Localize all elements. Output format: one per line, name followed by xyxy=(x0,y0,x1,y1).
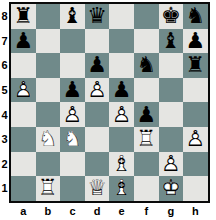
square-h8[interactable]: ♞ xyxy=(183,4,208,29)
piece-white-pawn[interactable]: ♟♙ xyxy=(109,102,134,127)
square-c7[interactable] xyxy=(60,29,85,54)
square-f3[interactable]: ♜♖ xyxy=(134,127,159,152)
square-a6[interactable] xyxy=(11,53,36,78)
chess-board: ♜♝♛♚♞♟♝♟♟♞♜♟♙♟♟♙♟♟♙♟♙♟♞♘♞♘♜♖♟♙♝♗♟♙♜♖♛♕♝♗… xyxy=(9,2,210,203)
square-b8[interactable] xyxy=(36,4,61,29)
piece-white-pawn[interactable]: ♟♙ xyxy=(183,127,208,152)
white-pawn-icon: ♙ xyxy=(109,102,134,127)
square-c1[interactable] xyxy=(60,176,85,201)
file-label-g: g xyxy=(159,205,184,217)
black-queen-icon: ♛ xyxy=(85,4,110,29)
piece-black-bishop[interactable]: ♝ xyxy=(159,29,184,54)
square-a7[interactable]: ♟ xyxy=(11,29,36,54)
square-d5[interactable]: ♟♙ xyxy=(85,78,110,103)
piece-white-rook[interactable]: ♜♖ xyxy=(36,176,61,201)
square-b4[interactable] xyxy=(36,102,61,127)
black-rook-icon: ♜ xyxy=(11,4,36,29)
rank-label-4: 4 xyxy=(0,102,9,127)
square-h1[interactable] xyxy=(183,176,208,201)
piece-white-king[interactable]: ♚♔ xyxy=(159,176,184,201)
white-knight-icon: ♘ xyxy=(36,127,61,152)
square-g7[interactable]: ♝ xyxy=(159,29,184,54)
square-e3[interactable] xyxy=(109,127,134,152)
square-a8[interactable]: ♜ xyxy=(11,4,36,29)
square-d8[interactable]: ♛ xyxy=(85,4,110,29)
piece-black-bishop[interactable]: ♝ xyxy=(60,4,85,29)
square-d3[interactable] xyxy=(85,127,110,152)
square-c2[interactable] xyxy=(60,152,85,177)
file-label-c: c xyxy=(60,205,85,217)
square-c4[interactable]: ♟♙ xyxy=(60,102,85,127)
square-f7[interactable] xyxy=(134,29,159,54)
square-d7[interactable] xyxy=(85,29,110,54)
white-bishop-icon: ♗ xyxy=(109,152,134,177)
piece-white-pawn[interactable]: ♟♙ xyxy=(60,102,85,127)
white-queen-icon: ♕ xyxy=(85,176,110,201)
file-label-e: e xyxy=(109,205,134,217)
square-g3[interactable] xyxy=(159,127,184,152)
square-a4[interactable] xyxy=(11,102,36,127)
rank-label-2: 2 xyxy=(0,152,9,177)
black-bishop-icon: ♝ xyxy=(159,29,184,54)
piece-black-pawn[interactable]: ♟ xyxy=(109,78,134,103)
black-pawn-icon: ♟ xyxy=(134,102,159,127)
file-labels: abcdefgh xyxy=(11,205,208,217)
rank-label-6: 6 xyxy=(0,53,9,78)
piece-black-pawn[interactable]: ♟ xyxy=(60,78,85,103)
rank-label-3: 3 xyxy=(0,127,9,152)
piece-black-pawn[interactable]: ♟ xyxy=(183,29,208,54)
square-e2[interactable]: ♝♗ xyxy=(109,152,134,177)
square-g2[interactable]: ♟♙ xyxy=(159,152,184,177)
piece-white-knight[interactable]: ♞♘ xyxy=(60,127,85,152)
square-h4[interactable] xyxy=(183,102,208,127)
file-label-h: h xyxy=(183,205,208,217)
square-f1[interactable] xyxy=(134,176,159,201)
square-e5[interactable]: ♟ xyxy=(109,78,134,103)
square-a3[interactable] xyxy=(11,127,36,152)
square-b6[interactable] xyxy=(36,53,61,78)
black-rook-icon: ♜ xyxy=(183,53,208,78)
white-pawn-icon: ♙ xyxy=(159,152,184,177)
piece-black-pawn[interactable]: ♟ xyxy=(85,53,110,78)
piece-black-knight[interactable]: ♞ xyxy=(134,53,159,78)
square-h3[interactable]: ♟♙ xyxy=(183,127,208,152)
square-a1[interactable] xyxy=(11,176,36,201)
piece-black-pawn[interactable]: ♟ xyxy=(11,29,36,54)
square-h2[interactable] xyxy=(183,152,208,177)
square-d6[interactable]: ♟ xyxy=(85,53,110,78)
rank-label-1: 1 xyxy=(0,176,9,201)
piece-black-knight[interactable]: ♞ xyxy=(183,4,208,29)
black-pawn-icon: ♟ xyxy=(85,53,110,78)
black-king-icon: ♚ xyxy=(159,4,184,29)
white-king-icon: ♔ xyxy=(159,176,184,201)
square-e4[interactable]: ♟♙ xyxy=(109,102,134,127)
square-d4[interactable] xyxy=(85,102,110,127)
square-e8[interactable] xyxy=(109,4,134,29)
chess-diagram: 87654321 ♜♝♛♚♞♟♝♟♟♞♜♟♙♟♟♙♟♟♙♟♙♟♞♘♞♘♜♖♟♙♝… xyxy=(0,0,216,220)
rank-labels: 87654321 xyxy=(0,4,9,201)
square-f8[interactable] xyxy=(134,4,159,29)
square-g8[interactable]: ♚ xyxy=(159,4,184,29)
black-knight-icon: ♞ xyxy=(134,53,159,78)
square-f2[interactable] xyxy=(134,152,159,177)
square-g6[interactable] xyxy=(159,53,184,78)
square-a2[interactable] xyxy=(11,152,36,177)
square-e6[interactable] xyxy=(109,53,134,78)
square-g4[interactable] xyxy=(159,102,184,127)
piece-white-knight[interactable]: ♞♘ xyxy=(36,127,61,152)
piece-black-pawn[interactable]: ♟ xyxy=(134,102,159,127)
square-e1[interactable]: ♝♗ xyxy=(109,176,134,201)
square-b1[interactable]: ♜♖ xyxy=(36,176,61,201)
white-rook-icon: ♖ xyxy=(36,176,61,201)
piece-black-queen[interactable]: ♛ xyxy=(85,4,110,29)
piece-black-rook[interactable]: ♜ xyxy=(183,53,208,78)
piece-white-bishop[interactable]: ♝♗ xyxy=(109,176,134,201)
square-c6[interactable] xyxy=(60,53,85,78)
piece-white-pawn[interactable]: ♟♙ xyxy=(85,78,110,103)
square-a5[interactable]: ♟♙ xyxy=(11,78,36,103)
white-bishop-icon: ♗ xyxy=(109,176,134,201)
square-h7[interactable]: ♟ xyxy=(183,29,208,54)
file-label-f: f xyxy=(134,205,159,217)
piece-white-rook[interactable]: ♜♖ xyxy=(134,127,159,152)
rank-label-8: 8 xyxy=(0,4,9,29)
black-pawn-icon: ♟ xyxy=(11,29,36,54)
white-pawn-icon: ♙ xyxy=(183,127,208,152)
piece-white-queen[interactable]: ♛♕ xyxy=(85,176,110,201)
square-c3[interactable]: ♞♘ xyxy=(60,127,85,152)
piece-white-bishop[interactable]: ♝♗ xyxy=(109,152,134,177)
square-b3[interactable]: ♞♘ xyxy=(36,127,61,152)
square-e7[interactable] xyxy=(109,29,134,54)
white-pawn-icon: ♙ xyxy=(60,102,85,127)
square-g5[interactable] xyxy=(159,78,184,103)
white-knight-icon: ♘ xyxy=(60,127,85,152)
black-knight-icon: ♞ xyxy=(183,4,208,29)
square-d1[interactable]: ♛♕ xyxy=(85,176,110,201)
square-d2[interactable] xyxy=(85,152,110,177)
piece-black-king[interactable]: ♚ xyxy=(159,4,184,29)
square-b2[interactable] xyxy=(36,152,61,177)
rank-label-5: 5 xyxy=(0,78,9,103)
square-f6[interactable]: ♞ xyxy=(134,53,159,78)
rank-label-7: 7 xyxy=(0,29,9,54)
white-pawn-icon: ♙ xyxy=(11,78,36,103)
white-pawn-icon: ♙ xyxy=(85,78,110,103)
black-pawn-icon: ♟ xyxy=(60,78,85,103)
black-bishop-icon: ♝ xyxy=(60,4,85,29)
square-h6[interactable]: ♜ xyxy=(183,53,208,78)
white-rook-icon: ♖ xyxy=(134,127,159,152)
piece-white-pawn[interactable]: ♟♙ xyxy=(11,78,36,103)
black-pawn-icon: ♟ xyxy=(109,78,134,103)
square-b5[interactable] xyxy=(36,78,61,103)
square-g1[interactable]: ♚♔ xyxy=(159,176,184,201)
piece-black-rook[interactable]: ♜ xyxy=(11,4,36,29)
square-c5[interactable]: ♟ xyxy=(60,78,85,103)
file-label-d: d xyxy=(85,205,110,217)
piece-white-pawn[interactable]: ♟♙ xyxy=(159,152,184,177)
black-pawn-icon: ♟ xyxy=(183,29,208,54)
square-b7[interactable] xyxy=(36,29,61,54)
square-h5[interactable] xyxy=(183,78,208,103)
square-f5[interactable] xyxy=(134,78,159,103)
square-f4[interactable]: ♟ xyxy=(134,102,159,127)
file-label-b: b xyxy=(36,205,61,217)
file-label-a: a xyxy=(11,205,36,217)
square-c8[interactable]: ♝ xyxy=(60,4,85,29)
